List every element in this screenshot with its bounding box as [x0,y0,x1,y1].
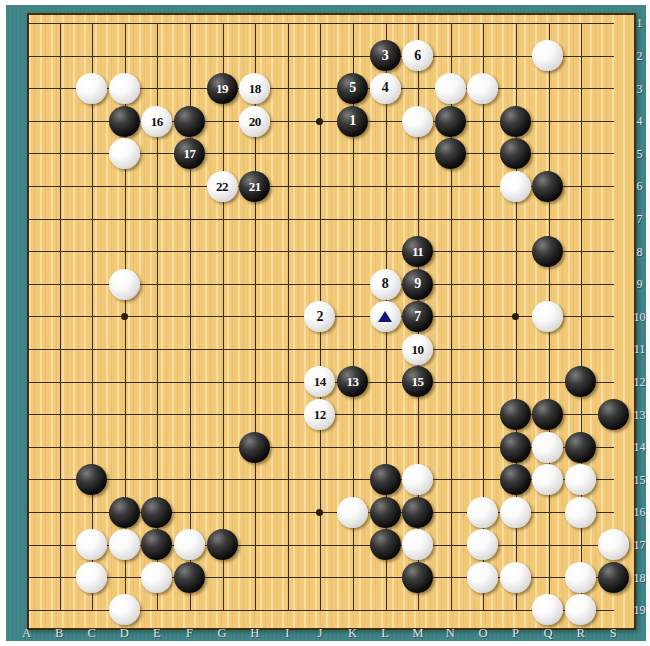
stone-white-J12[interactable]: 14 [304,366,335,397]
stone-white-Q15[interactable] [532,464,563,495]
col-label-A: A [17,626,37,641]
stone-black-M8[interactable]: 11 [402,236,433,267]
stone-black-L2[interactable]: 3 [370,40,401,71]
stone-black-H6[interactable]: 21 [239,171,270,202]
move-number-6: 6 [414,49,421,63]
col-label-L: L [375,626,395,641]
move-number-13: 13 [346,375,358,388]
stones-layer[interactable]: 36191854162011722211189271014131512 [10,7,629,626]
col-label-N: N [440,626,460,641]
stone-black-G3[interactable]: 19 [207,73,238,104]
stone-white-E18[interactable] [141,562,172,593]
stone-white-M17[interactable] [402,529,433,560]
col-label-E: E [147,626,167,641]
move-number-10: 10 [412,343,424,356]
row-label-8: 8 [631,244,648,260]
stone-black-S18[interactable] [598,562,629,593]
move-number-12: 12 [314,408,326,421]
row-label-18: 18 [631,570,648,586]
stone-black-P15[interactable] [500,464,531,495]
stone-black-Q13[interactable] [532,399,563,430]
move-number-20: 20 [249,115,261,128]
stone-black-P5[interactable] [500,138,531,169]
stone-black-F4[interactable] [174,106,205,137]
stone-white-D17[interactable] [109,529,140,560]
move-number-22: 22 [216,180,228,193]
move-number-18: 18 [249,82,261,95]
stone-black-S13[interactable] [598,399,629,430]
stone-white-P16[interactable] [500,497,531,528]
stone-white-R19[interactable] [565,594,596,625]
stone-white-H3[interactable]: 18 [239,73,270,104]
move-number-11: 11 [412,245,423,258]
col-label-K: K [343,626,363,641]
stone-black-M12[interactable]: 15 [402,366,433,397]
row-label-1: 1 [631,15,648,31]
stone-white-C3[interactable] [76,73,107,104]
stone-white-P6[interactable] [500,171,531,202]
stone-black-K4[interactable]: 1 [337,106,368,137]
row-label-11: 11 [631,341,648,357]
stone-black-P4[interactable] [500,106,531,137]
stone-black-E17[interactable] [141,529,172,560]
stone-white-O3[interactable] [467,73,498,104]
move-number-4: 4 [382,81,389,95]
stone-black-F5[interactable]: 17 [174,138,205,169]
stone-black-Q6[interactable] [532,171,563,202]
stone-black-L15[interactable] [370,464,401,495]
stone-white-R18[interactable] [565,562,596,593]
col-label-F: F [180,626,200,641]
stone-white-K16[interactable] [337,497,368,528]
move-number-5: 5 [349,81,356,95]
stone-white-S17[interactable] [598,529,629,560]
stone-white-J13[interactable]: 12 [304,399,335,430]
row-label-2: 2 [631,48,648,64]
stone-black-D4[interactable] [109,106,140,137]
stone-white-M4[interactable] [402,106,433,137]
stone-white-D3[interactable] [109,73,140,104]
move-number-17: 17 [183,147,195,160]
stone-black-N4[interactable] [435,106,466,137]
stone-white-H4[interactable]: 20 [239,106,270,137]
stone-white-M11[interactable]: 10 [402,334,433,365]
stone-white-R16[interactable] [565,497,596,528]
stone-black-R14[interactable] [565,432,596,463]
row-label-5: 5 [631,146,648,162]
stone-black-H14[interactable] [239,432,270,463]
col-label-G: G [212,626,232,641]
col-label-J: J [310,626,330,641]
row-label-7: 7 [631,211,648,227]
stone-black-F18[interactable] [174,562,205,593]
move-number-1: 1 [349,114,356,128]
stone-black-P13[interactable] [500,399,531,430]
stone-white-O16[interactable] [467,497,498,528]
triangle-mark-icon [378,311,392,322]
col-label-S: S [603,626,623,641]
stone-white-L10[interactable] [370,301,401,332]
move-number-9: 9 [414,277,421,291]
col-label-B: B [49,626,69,641]
stone-white-Q19[interactable] [532,594,563,625]
col-label-R: R [571,626,591,641]
stone-white-F17[interactable] [174,529,205,560]
row-label-15: 15 [631,472,648,488]
stone-black-C15[interactable] [76,464,107,495]
stone-black-E16[interactable] [141,497,172,528]
stone-black-K12[interactable]: 13 [337,366,368,397]
move-number-2: 2 [317,310,324,324]
stone-black-L16[interactable] [370,497,401,528]
stone-black-N5[interactable] [435,138,466,169]
stone-white-O17[interactable] [467,529,498,560]
go-diagram: 36191854162011722211189271014131512 ABCD… [0,0,650,646]
stone-white-C18[interactable] [76,562,107,593]
stone-white-O18[interactable] [467,562,498,593]
row-label-9: 9 [631,276,648,292]
stone-white-N3[interactable] [435,73,466,104]
row-label-12: 12 [631,374,648,390]
stone-white-D9[interactable] [109,269,140,300]
stone-white-Q14[interactable] [532,432,563,463]
col-label-M: M [408,626,428,641]
stone-black-M16[interactable] [402,497,433,528]
stone-black-M9[interactable]: 9 [402,269,433,300]
stone-white-G6[interactable]: 22 [207,171,238,202]
stone-black-L17[interactable] [370,529,401,560]
stone-white-L9[interactable]: 8 [370,269,401,300]
move-number-21: 21 [249,180,261,193]
stone-black-Q8[interactable] [532,236,563,267]
stone-black-M18[interactable] [402,562,433,593]
stone-white-Q2[interactable] [532,40,563,71]
move-number-19: 19 [216,82,228,95]
stone-white-J10[interactable]: 2 [304,301,335,332]
stone-white-Q10[interactable] [532,301,563,332]
col-label-Q: Q [538,626,558,641]
row-label-19: 19 [631,602,648,618]
stone-white-P18[interactable] [500,562,531,593]
stone-white-M2[interactable]: 6 [402,40,433,71]
stone-black-K3[interactable]: 5 [337,73,368,104]
row-label-10: 10 [631,309,648,325]
row-label-14: 14 [631,439,648,455]
col-label-D: D [114,626,134,641]
stone-white-E4[interactable]: 16 [141,106,172,137]
row-label-3: 3 [631,81,648,97]
row-label-17: 17 [631,537,648,553]
stone-black-M10[interactable]: 7 [402,301,433,332]
stone-white-C17[interactable] [76,529,107,560]
col-label-H: H [245,626,265,641]
stone-white-L3[interactable]: 4 [370,73,401,104]
move-number-15: 15 [412,375,424,388]
move-number-16: 16 [151,115,163,128]
move-number-14: 14 [314,375,326,388]
stone-black-R12[interactable] [565,366,596,397]
row-label-16: 16 [631,504,648,520]
row-label-6: 6 [631,178,648,194]
move-number-7: 7 [414,310,421,324]
row-label-4: 4 [631,113,648,129]
stone-black-P14[interactable] [500,432,531,463]
move-number-3: 3 [382,49,389,63]
stone-white-R15[interactable] [565,464,596,495]
stone-black-D16[interactable] [109,497,140,528]
stone-white-D5[interactable] [109,138,140,169]
row-label-13: 13 [631,407,648,423]
col-label-I: I [277,626,297,641]
stone-white-M15[interactable] [402,464,433,495]
stone-white-D19[interactable] [109,594,140,625]
col-label-O: O [473,626,493,641]
move-number-8: 8 [382,277,389,291]
stone-black-G17[interactable] [207,529,238,560]
col-label-C: C [82,626,102,641]
col-label-P: P [506,626,526,641]
